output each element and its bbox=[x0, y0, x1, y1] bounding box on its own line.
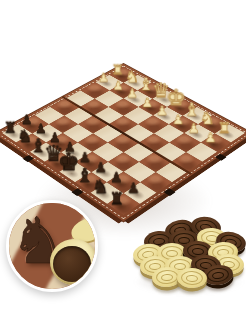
light-checker-piece bbox=[207, 241, 238, 263]
checkers-pile-shadow bbox=[134, 270, 244, 294]
black-rook: ♜ bbox=[104, 188, 128, 208]
magnet-disc bbox=[53, 246, 91, 282]
light-checker-piece bbox=[132, 242, 164, 266]
light-checker-piece bbox=[157, 243, 187, 263]
magnet-closeup-inset: ♞ bbox=[6, 200, 98, 292]
product-photo: ♜♞♝♛♚♝♞♜♟♟♟♟♟♟♟♟♟♟♟♟♟♟♟♟♜♞♝♛♚♝♞♜ ♞ bbox=[0, 0, 246, 328]
dark-checker-piece bbox=[214, 229, 246, 255]
white-pawn: ♟ bbox=[199, 129, 221, 145]
checker-bottom-closeup bbox=[50, 239, 98, 285]
dark-checker-piece bbox=[182, 240, 213, 262]
